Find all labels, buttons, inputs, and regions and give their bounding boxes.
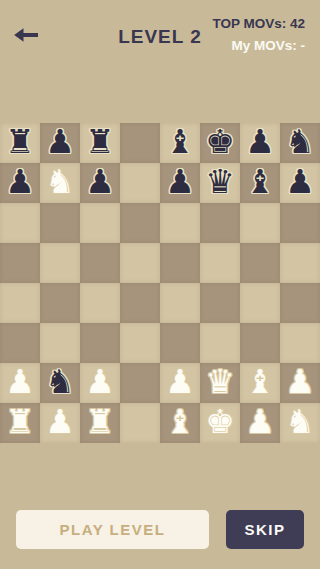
white-pawn: ♟ bbox=[45, 402, 75, 442]
black-rook: ♜ bbox=[85, 122, 115, 162]
square-b8[interactable]: ♟ bbox=[40, 123, 80, 163]
white-rook: ♜ bbox=[85, 402, 115, 442]
white-pawn: ♟ bbox=[85, 362, 115, 402]
skip-button[interactable]: SKIP bbox=[226, 510, 304, 549]
square-d8[interactable] bbox=[120, 123, 160, 163]
square-d6[interactable] bbox=[120, 203, 160, 243]
square-d7[interactable] bbox=[120, 163, 160, 203]
square-g5[interactable] bbox=[240, 243, 280, 283]
top-moves-label: TOP MOVs: 42 bbox=[212, 13, 305, 35]
black-rook: ♜ bbox=[5, 122, 35, 162]
square-g8[interactable]: ♟ bbox=[240, 123, 280, 163]
white-pawn: ♟ bbox=[165, 362, 195, 402]
white-pawn: ♟ bbox=[285, 362, 315, 402]
square-c3[interactable] bbox=[80, 323, 120, 363]
square-c7[interactable]: ♟ bbox=[80, 163, 120, 203]
white-knight: ♞ bbox=[45, 162, 75, 202]
square-f2[interactable]: ♛ bbox=[200, 363, 240, 403]
square-b3[interactable] bbox=[40, 323, 80, 363]
square-c1[interactable]: ♜ bbox=[80, 403, 120, 443]
square-h7[interactable]: ♟ bbox=[280, 163, 320, 203]
square-h6[interactable] bbox=[280, 203, 320, 243]
square-c2[interactable]: ♟ bbox=[80, 363, 120, 403]
black-knight: ♞ bbox=[45, 362, 75, 402]
level-preview-screen: LEVEL 2 TOP MOVs: 42 My MOVs: - ♜♟♜♝♚♟♞♟… bbox=[0, 0, 320, 569]
square-a4[interactable] bbox=[0, 283, 40, 323]
white-knight: ♞ bbox=[285, 402, 315, 442]
square-e6[interactable] bbox=[160, 203, 200, 243]
white-rook: ♜ bbox=[5, 402, 35, 442]
square-e7[interactable]: ♟ bbox=[160, 163, 200, 203]
chess-board: ♜♟♜♝♚♟♞♟♞♟♟♛♝♟♟♞♟♟♛♝♟♜♟♜♝♚♟♞ bbox=[0, 123, 320, 443]
square-b1[interactable]: ♟ bbox=[40, 403, 80, 443]
black-pawn: ♟ bbox=[165, 162, 195, 202]
square-e4[interactable] bbox=[160, 283, 200, 323]
square-b7[interactable]: ♞ bbox=[40, 163, 80, 203]
black-bishop: ♝ bbox=[245, 162, 275, 202]
square-c6[interactable] bbox=[80, 203, 120, 243]
square-f3[interactable] bbox=[200, 323, 240, 363]
square-a1[interactable]: ♜ bbox=[0, 403, 40, 443]
white-bishop: ♝ bbox=[245, 362, 275, 402]
moves-info: TOP MOVs: 42 My MOVs: - bbox=[212, 13, 305, 57]
black-pawn: ♟ bbox=[45, 122, 75, 162]
square-f4[interactable] bbox=[200, 283, 240, 323]
black-queen: ♛ bbox=[205, 162, 235, 202]
square-e1[interactable]: ♝ bbox=[160, 403, 200, 443]
black-pawn: ♟ bbox=[245, 122, 275, 162]
square-f6[interactable] bbox=[200, 203, 240, 243]
square-h1[interactable]: ♞ bbox=[280, 403, 320, 443]
white-king: ♚ bbox=[205, 402, 235, 442]
square-d2[interactable] bbox=[120, 363, 160, 403]
square-g7[interactable]: ♝ bbox=[240, 163, 280, 203]
square-b5[interactable] bbox=[40, 243, 80, 283]
square-f7[interactable]: ♛ bbox=[200, 163, 240, 203]
square-e8[interactable]: ♝ bbox=[160, 123, 200, 163]
play-level-button[interactable]: PLAY LEVEL bbox=[16, 510, 209, 549]
white-pawn: ♟ bbox=[245, 402, 275, 442]
square-e3[interactable] bbox=[160, 323, 200, 363]
black-pawn: ♟ bbox=[285, 162, 315, 202]
square-g2[interactable]: ♝ bbox=[240, 363, 280, 403]
square-f8[interactable]: ♚ bbox=[200, 123, 240, 163]
square-h4[interactable] bbox=[280, 283, 320, 323]
white-bishop: ♝ bbox=[165, 402, 195, 442]
black-knight: ♞ bbox=[285, 122, 315, 162]
square-e2[interactable]: ♟ bbox=[160, 363, 200, 403]
square-a7[interactable]: ♟ bbox=[0, 163, 40, 203]
square-b6[interactable] bbox=[40, 203, 80, 243]
square-c8[interactable]: ♜ bbox=[80, 123, 120, 163]
square-e5[interactable] bbox=[160, 243, 200, 283]
square-d3[interactable] bbox=[120, 323, 160, 363]
square-a8[interactable]: ♜ bbox=[0, 123, 40, 163]
white-queen: ♛ bbox=[205, 362, 235, 402]
square-a3[interactable] bbox=[0, 323, 40, 363]
square-h2[interactable]: ♟ bbox=[280, 363, 320, 403]
square-d1[interactable] bbox=[120, 403, 160, 443]
square-g3[interactable] bbox=[240, 323, 280, 363]
square-g4[interactable] bbox=[240, 283, 280, 323]
square-c4[interactable] bbox=[80, 283, 120, 323]
square-b4[interactable] bbox=[40, 283, 80, 323]
square-f1[interactable]: ♚ bbox=[200, 403, 240, 443]
square-g6[interactable] bbox=[240, 203, 280, 243]
white-pawn: ♟ bbox=[5, 362, 35, 402]
black-king: ♚ bbox=[205, 122, 235, 162]
square-f5[interactable] bbox=[200, 243, 240, 283]
square-a6[interactable] bbox=[0, 203, 40, 243]
square-a2[interactable]: ♟ bbox=[0, 363, 40, 403]
black-bishop: ♝ bbox=[165, 122, 195, 162]
my-moves-label: My MOVs: - bbox=[212, 35, 305, 57]
square-d5[interactable] bbox=[120, 243, 160, 283]
square-d4[interactable] bbox=[120, 283, 160, 323]
black-pawn: ♟ bbox=[5, 162, 35, 202]
square-a5[interactable] bbox=[0, 243, 40, 283]
square-h5[interactable] bbox=[280, 243, 320, 283]
square-c5[interactable] bbox=[80, 243, 120, 283]
square-h3[interactable] bbox=[280, 323, 320, 363]
square-h8[interactable]: ♞ bbox=[280, 123, 320, 163]
square-g1[interactable]: ♟ bbox=[240, 403, 280, 443]
black-pawn: ♟ bbox=[85, 162, 115, 202]
square-b2[interactable]: ♞ bbox=[40, 363, 80, 403]
